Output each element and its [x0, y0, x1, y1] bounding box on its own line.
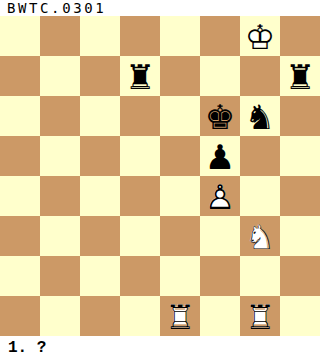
- move-prompt: 1. ?: [0, 336, 320, 360]
- black-king: ♚: [200, 96, 240, 136]
- square-c3[interactable]: [80, 216, 120, 256]
- square-a2[interactable]: [0, 256, 40, 296]
- square-h8[interactable]: [280, 16, 320, 56]
- square-f8[interactable]: [200, 16, 240, 56]
- square-c7[interactable]: [80, 56, 120, 96]
- square-h6[interactable]: [280, 96, 320, 136]
- square-a3[interactable]: [0, 216, 40, 256]
- square-b6[interactable]: [40, 96, 80, 136]
- square-e1[interactable]: ♜♖: [160, 296, 200, 336]
- square-g1[interactable]: ♜♖: [240, 296, 280, 336]
- square-c8[interactable]: [80, 16, 120, 56]
- square-h2[interactable]: [280, 256, 320, 296]
- square-e4[interactable]: [160, 176, 200, 216]
- black-rook: ♜: [280, 56, 320, 96]
- square-f1[interactable]: [200, 296, 240, 336]
- square-a8[interactable]: [0, 16, 40, 56]
- square-b3[interactable]: [40, 216, 80, 256]
- square-e7[interactable]: [160, 56, 200, 96]
- square-a7[interactable]: [0, 56, 40, 96]
- square-h3[interactable]: [280, 216, 320, 256]
- square-b4[interactable]: [40, 176, 80, 216]
- square-b1[interactable]: [40, 296, 80, 336]
- square-c4[interactable]: [80, 176, 120, 216]
- black-rook: ♜: [120, 56, 160, 96]
- square-h1[interactable]: [280, 296, 320, 336]
- square-d8[interactable]: [120, 16, 160, 56]
- square-d4[interactable]: [120, 176, 160, 216]
- white-rook: ♜♖: [240, 296, 280, 336]
- white-rook: ♜♖: [160, 296, 200, 336]
- square-d5[interactable]: [120, 136, 160, 176]
- square-e2[interactable]: [160, 256, 200, 296]
- square-f7[interactable]: [200, 56, 240, 96]
- square-g3[interactable]: ♞♘: [240, 216, 280, 256]
- square-c5[interactable]: [80, 136, 120, 176]
- square-g4[interactable]: [240, 176, 280, 216]
- square-b5[interactable]: [40, 136, 80, 176]
- square-c1[interactable]: [80, 296, 120, 336]
- square-c2[interactable]: [80, 256, 120, 296]
- white-king: ♚♔: [240, 16, 280, 56]
- square-f2[interactable]: [200, 256, 240, 296]
- chess-puzzle-window: BWTC.0301 ♚♔♜♜♚♞♟♟♙♞♘♜♖♜♖ 1. ?: [0, 0, 320, 360]
- square-b7[interactable]: [40, 56, 80, 96]
- square-d6[interactable]: [120, 96, 160, 136]
- square-a5[interactable]: [0, 136, 40, 176]
- black-pawn: ♟: [200, 136, 240, 176]
- puzzle-title: BWTC.0301: [0, 0, 320, 16]
- white-pawn: ♟♙: [200, 176, 240, 216]
- square-h7[interactable]: ♜: [280, 56, 320, 96]
- square-a6[interactable]: [0, 96, 40, 136]
- square-g8[interactable]: ♚♔: [240, 16, 280, 56]
- square-f4[interactable]: ♟♙: [200, 176, 240, 216]
- square-e8[interactable]: [160, 16, 200, 56]
- square-f3[interactable]: [200, 216, 240, 256]
- square-g7[interactable]: [240, 56, 280, 96]
- black-knight: ♞: [240, 96, 280, 136]
- square-b2[interactable]: [40, 256, 80, 296]
- square-f5[interactable]: ♟: [200, 136, 240, 176]
- square-f6[interactable]: ♚: [200, 96, 240, 136]
- chess-board: ♚♔♜♜♚♞♟♟♙♞♘♜♖♜♖: [0, 16, 320, 336]
- square-e3[interactable]: [160, 216, 200, 256]
- square-h4[interactable]: [280, 176, 320, 216]
- square-d7[interactable]: ♜: [120, 56, 160, 96]
- square-d1[interactable]: [120, 296, 160, 336]
- square-g2[interactable]: [240, 256, 280, 296]
- square-e6[interactable]: [160, 96, 200, 136]
- square-b8[interactable]: [40, 16, 80, 56]
- square-d3[interactable]: [120, 216, 160, 256]
- square-c6[interactable]: [80, 96, 120, 136]
- square-h5[interactable]: [280, 136, 320, 176]
- white-knight: ♞♘: [240, 216, 280, 256]
- square-a1[interactable]: [0, 296, 40, 336]
- square-d2[interactable]: [120, 256, 160, 296]
- square-a4[interactable]: [0, 176, 40, 216]
- square-e5[interactable]: [160, 136, 200, 176]
- square-g6[interactable]: ♞: [240, 96, 280, 136]
- square-g5[interactable]: [240, 136, 280, 176]
